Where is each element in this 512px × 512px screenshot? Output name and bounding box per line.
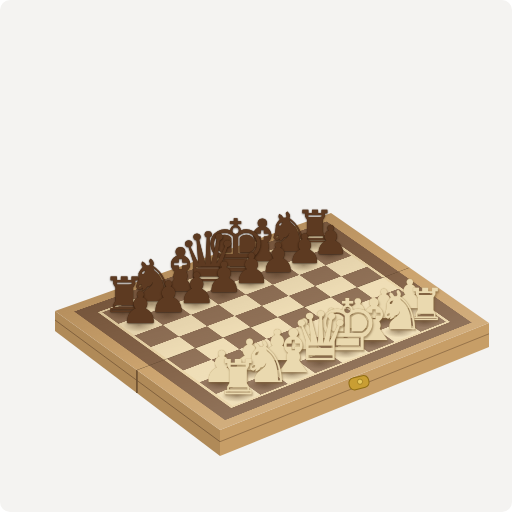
pieces-layer: ♜♞♝♛♚♝♞♜♟♟♟♟♟♟♟♟♟♟♟♟♟♟♟♟♜♞♝♛♚♝♞♜ <box>0 0 512 512</box>
piece-white-rook-a1: ♜ <box>217 353 260 401</box>
product-photo-scene: ♜♞♝♛♚♝♞♜♟♟♟♟♟♟♟♟♟♟♟♟♟♟♟♟♜♞♝♛♚♝♞♜ <box>0 0 512 512</box>
piece-black-pawn-a7: ♟ <box>121 286 160 330</box>
